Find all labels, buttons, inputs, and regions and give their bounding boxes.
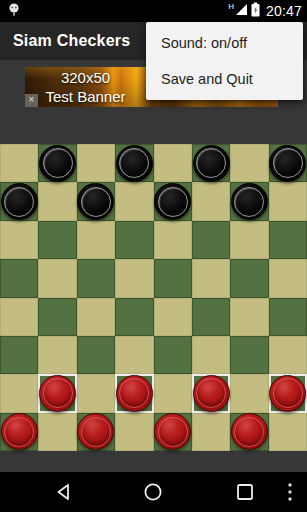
red-piece[interactable]: ●	[230, 413, 268, 451]
square-a8[interactable]	[0, 144, 38, 182]
square-g6[interactable]	[230, 221, 268, 259]
piece-disc	[154, 413, 191, 450]
square-g1[interactable]: ●	[230, 413, 268, 451]
square-h2[interactable]: ●	[269, 374, 307, 412]
clock-label: 20:47	[266, 3, 302, 19]
piece-disc	[39, 375, 76, 412]
square-e4[interactable]	[154, 298, 192, 336]
square-e2[interactable]	[154, 374, 192, 412]
piece-disc	[193, 375, 230, 412]
ad-size-label: 320x50	[33, 68, 138, 87]
square-a6[interactable]	[0, 221, 38, 259]
piece-disc	[193, 145, 230, 182]
black-piece[interactable]: ●	[115, 144, 153, 182]
square-c6[interactable]	[77, 221, 115, 259]
status-bar: H 20:47	[0, 0, 307, 22]
square-e7[interactable]: ●	[154, 182, 192, 220]
piece-disc	[1, 183, 38, 220]
square-g4[interactable]	[230, 298, 268, 336]
battery-charging-icon	[251, 2, 260, 21]
square-a1[interactable]: ●	[0, 413, 38, 451]
red-piece[interactable]: ●	[0, 413, 38, 451]
square-f6[interactable]	[192, 221, 230, 259]
network-type-label: H	[228, 3, 234, 11]
red-piece[interactable]: ●	[115, 374, 153, 412]
square-e6[interactable]	[154, 221, 192, 259]
square-f2[interactable]: ●	[192, 374, 230, 412]
piece-disc	[269, 375, 306, 412]
square-g2[interactable]	[230, 374, 268, 412]
square-b2[interactable]: ●	[38, 374, 76, 412]
square-b7[interactable]	[38, 182, 76, 220]
square-h6[interactable]	[269, 221, 307, 259]
square-h4[interactable]	[269, 298, 307, 336]
piece-disc	[1, 413, 38, 450]
menu-item-save-quit[interactable]: Save and Quit	[146, 61, 303, 97]
square-g8[interactable]	[230, 144, 268, 182]
square-c4[interactable]	[77, 298, 115, 336]
square-d8[interactable]: ●	[115, 144, 153, 182]
square-d6[interactable]	[115, 221, 153, 259]
red-piece[interactable]: ●	[269, 374, 307, 412]
back-button[interactable]	[47, 472, 79, 512]
options-menu-popup: Sound: on/off Save and Quit	[146, 22, 303, 100]
square-f5[interactable]	[192, 259, 230, 297]
square-b5[interactable]	[38, 259, 76, 297]
black-piece[interactable]: ●	[154, 182, 192, 220]
board: ●●●●●●●●●●●●●●●●	[0, 144, 307, 451]
red-piece[interactable]: ●	[192, 374, 230, 412]
square-a3[interactable]	[0, 336, 38, 374]
square-b6[interactable]	[38, 221, 76, 259]
black-piece[interactable]: ●	[0, 182, 38, 220]
piece-disc	[77, 183, 114, 220]
square-a2[interactable]	[0, 374, 38, 412]
square-f1[interactable]	[192, 413, 230, 451]
square-b3[interactable]	[38, 336, 76, 374]
piece-disc	[154, 183, 191, 220]
home-button[interactable]	[137, 472, 169, 512]
square-e8[interactable]	[154, 144, 192, 182]
square-f7[interactable]	[192, 182, 230, 220]
square-e5[interactable]	[154, 259, 192, 297]
recents-icon	[236, 483, 254, 501]
square-e1[interactable]: ●	[154, 413, 192, 451]
piece-disc	[269, 145, 306, 182]
square-c2[interactable]	[77, 374, 115, 412]
square-d7[interactable]	[115, 182, 153, 220]
piece-disc	[116, 375, 153, 412]
ad-name-label: Test Banner	[33, 87, 138, 106]
black-piece[interactable]: ●	[230, 182, 268, 220]
red-piece[interactable]: ●	[77, 413, 115, 451]
black-piece[interactable]: ●	[38, 144, 76, 182]
ad-close-button[interactable]: ×	[25, 94, 38, 107]
square-d1[interactable]	[115, 413, 153, 451]
square-a7[interactable]: ●	[0, 182, 38, 220]
square-h5[interactable]	[269, 259, 307, 297]
recents-button[interactable]	[229, 472, 261, 512]
square-c5[interactable]	[77, 259, 115, 297]
square-d4[interactable]	[115, 298, 153, 336]
square-b1[interactable]	[38, 413, 76, 451]
square-d2[interactable]: ●	[115, 374, 153, 412]
piece-disc	[116, 145, 153, 182]
black-piece[interactable]: ●	[77, 182, 115, 220]
square-b4[interactable]	[38, 298, 76, 336]
square-g5[interactable]	[230, 259, 268, 297]
square-d5[interactable]	[115, 259, 153, 297]
square-b8[interactable]: ●	[38, 144, 76, 182]
square-h3[interactable]	[269, 336, 307, 374]
square-a5[interactable]	[0, 259, 38, 297]
square-c8[interactable]	[77, 144, 115, 182]
black-piece[interactable]: ●	[192, 144, 230, 182]
piece-disc	[231, 413, 268, 450]
signal-icon	[235, 2, 248, 20]
ad-text: 320x50 Test Banner	[33, 68, 138, 106]
square-d3[interactable]	[115, 336, 153, 374]
square-g7[interactable]: ●	[230, 182, 268, 220]
status-right-cluster: H 20:47	[228, 0, 302, 22]
square-f4[interactable]	[192, 298, 230, 336]
square-a4[interactable]	[0, 298, 38, 336]
square-e3[interactable]	[154, 336, 192, 374]
square-h7[interactable]	[269, 182, 307, 220]
overflow-menu-button[interactable]	[280, 472, 300, 512]
square-f8[interactable]: ●	[192, 144, 230, 182]
red-piece[interactable]: ●	[38, 374, 76, 412]
square-f3[interactable]	[192, 336, 230, 374]
back-icon	[55, 483, 71, 501]
square-h8[interactable]: ●	[269, 144, 307, 182]
menu-item-sound[interactable]: Sound: on/off	[146, 25, 303, 61]
overflow-menu-icon	[287, 481, 293, 503]
square-h1[interactable]	[269, 413, 307, 451]
square-c1[interactable]: ●	[77, 413, 115, 451]
home-icon	[143, 482, 163, 502]
app-title: Siam Checkers	[13, 32, 130, 50]
navigation-bar	[0, 472, 307, 512]
red-piece[interactable]: ●	[154, 413, 192, 451]
square-c3[interactable]	[77, 336, 115, 374]
piece-disc	[39, 145, 76, 182]
black-piece[interactable]: ●	[269, 144, 307, 182]
square-c7[interactable]: ●	[77, 182, 115, 220]
piece-disc	[231, 183, 268, 220]
notification-icon	[8, 3, 20, 22]
square-g3[interactable]	[230, 336, 268, 374]
piece-disc	[77, 413, 114, 450]
